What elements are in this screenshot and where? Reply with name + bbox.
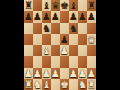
white-knight: ♞: [78, 79, 87, 90]
black-bishop: ♝: [42, 0, 51, 11]
black-knight: ♞: [42, 23, 51, 34]
square-e1: ♚: [60, 79, 69, 90]
black-pawn: ♟: [60, 34, 69, 45]
square-f3: [69, 56, 78, 67]
square-c8: ♝: [42, 0, 51, 11]
square-g6: [78, 23, 87, 34]
black-pawn: ♟: [24, 11, 33, 22]
square-c7: ♟: [42, 11, 51, 22]
white-bishop: ♝: [42, 79, 51, 90]
chess-board[interactable]: ♜♝♛♚♝♜♟♟♟♟♟♟♟♞♞♟♛♝♟♟♟♟♟♟♟♟♜♞♝♚♞♜: [24, 0, 96, 90]
square-d8: ♛: [51, 0, 60, 11]
square-c3: [42, 56, 51, 67]
white-pawn: ♟: [42, 68, 51, 79]
white-king: ♚: [60, 79, 69, 90]
square-d1: [51, 79, 60, 90]
square-e4: ♟: [60, 45, 69, 56]
black-rook: ♜: [87, 0, 96, 11]
square-f6: ♞: [69, 23, 78, 34]
square-b5: [33, 34, 42, 45]
square-g7: ♟: [78, 11, 87, 22]
square-h3: [87, 56, 96, 67]
black-pawn: ♟: [51, 11, 60, 22]
square-c5: [42, 34, 51, 45]
square-f1: [69, 79, 78, 90]
square-b7: ♟: [33, 11, 42, 22]
white-pawn: ♟: [87, 68, 96, 79]
square-a6: [24, 23, 33, 34]
square-e7: [60, 11, 69, 22]
white-rook: ♜: [87, 79, 96, 90]
square-e3: [60, 56, 69, 67]
square-h5: ♛: [87, 34, 96, 45]
square-f5: [69, 34, 78, 45]
right-letterbox-bar: [96, 0, 120, 90]
white-pawn: ♟: [69, 68, 78, 79]
left-letterbox-bar: [0, 0, 24, 90]
square-d4: [51, 45, 60, 56]
square-e2: [60, 68, 69, 79]
white-pawn: ♟: [33, 68, 42, 79]
black-pawn: ♟: [33, 11, 42, 22]
square-h4: [87, 45, 96, 56]
square-f2: ♟: [69, 68, 78, 79]
square-b3: [33, 56, 42, 67]
square-e5: ♟: [60, 34, 69, 45]
black-queen: ♛: [51, 0, 60, 11]
square-a8: ♜: [24, 0, 33, 11]
black-pawn: ♟: [78, 11, 87, 22]
white-pawn: ♟: [24, 68, 33, 79]
square-g4: [78, 45, 87, 56]
square-c2: ♟: [42, 68, 51, 79]
square-g5: [78, 34, 87, 45]
square-f7: ♟: [69, 11, 78, 22]
square-c6: ♞: [42, 23, 51, 34]
square-a3: [24, 56, 33, 67]
square-d2: ♟: [51, 68, 60, 79]
square-h7: ♟: [87, 11, 96, 22]
white-pawn: ♟: [78, 68, 87, 79]
square-d7: ♟: [51, 11, 60, 22]
black-bishop: ♝: [69, 0, 78, 11]
black-rook: ♜: [24, 0, 33, 11]
square-e6: [60, 23, 69, 34]
black-king: ♚: [60, 0, 69, 11]
black-pawn: ♟: [87, 11, 96, 22]
white-pawn: ♟: [60, 45, 69, 56]
square-a4: [24, 45, 33, 56]
square-d3: [51, 56, 60, 67]
black-pawn: ♟: [42, 11, 51, 22]
square-e8: ♚: [60, 0, 69, 11]
square-h6: [87, 23, 96, 34]
square-f4: [69, 45, 78, 56]
square-h1: ♜: [87, 79, 96, 90]
square-a5: [24, 34, 33, 45]
square-b1: ♞: [33, 79, 42, 90]
square-a1: ♜: [24, 79, 33, 90]
square-g8: [78, 0, 87, 11]
white-bishop: ♝: [42, 45, 51, 56]
chess-thumbnail: ♜♝♛♚♝♜♟♟♟♟♟♟♟♞♞♟♛♝♟♟♟♟♟♟♟♟♜♞♝♚♞♜: [0, 0, 120, 90]
white-queen: ♛: [87, 34, 96, 45]
square-a2: ♟: [24, 68, 33, 79]
square-d6: [51, 23, 60, 34]
square-b8: [33, 0, 42, 11]
black-pawn: ♟: [69, 11, 78, 22]
square-f8: ♝: [69, 0, 78, 11]
square-b2: ♟: [33, 68, 42, 79]
white-pawn: ♟: [51, 68, 60, 79]
square-h2: ♟: [87, 68, 96, 79]
black-knight: ♞: [69, 23, 78, 34]
white-rook: ♜: [24, 79, 33, 90]
square-g2: ♟: [78, 68, 87, 79]
square-h8: ♜: [87, 0, 96, 11]
white-knight: ♞: [33, 79, 42, 90]
square-d5: [51, 34, 60, 45]
square-c1: ♝: [42, 79, 51, 90]
square-g3: [78, 56, 87, 67]
square-b4: [33, 45, 42, 56]
square-a7: ♟: [24, 11, 33, 22]
square-b6: [33, 23, 42, 34]
square-g1: ♞: [78, 79, 87, 90]
square-c4: ♝: [42, 45, 51, 56]
